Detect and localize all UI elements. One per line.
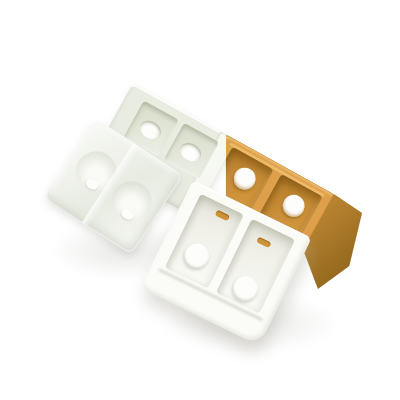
screw-hole xyxy=(279,191,309,221)
scene-caption: Overhead product photo of four plastic r… xyxy=(0,0,1,1)
slot-hole xyxy=(256,237,271,249)
screw-hole xyxy=(137,117,164,143)
product-photo-scene: Overhead product photo of four plastic r… xyxy=(0,0,400,400)
slot-hole xyxy=(215,210,230,222)
screw-hole xyxy=(180,239,213,272)
screw-hole xyxy=(229,272,262,305)
screw-hole xyxy=(230,164,260,194)
screw-hole xyxy=(177,139,204,165)
